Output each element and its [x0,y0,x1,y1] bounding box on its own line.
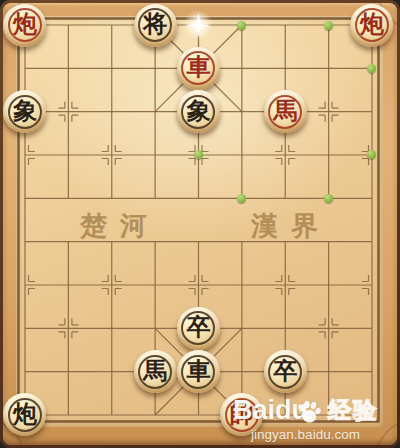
piece-character: 馬 [143,359,167,383]
piece-character: 車 [186,359,210,383]
piece-character: 馬 [273,99,297,123]
piece-character: 卒 [273,359,297,383]
move-hint-dot[interactable] [237,194,246,203]
black-cannon-piece[interactable]: 炮 [3,393,46,436]
piece-character: 卒 [186,315,210,339]
piece-character: 炮 [360,12,384,36]
black-soldier-piece[interactable]: 卒 [177,307,220,350]
piece-layer: 炮将炮車象象馬卒馬車卒炮帥 [3,3,393,436]
piece-character: 将 [143,12,167,36]
red-general-piece[interactable]: 帥 [220,393,263,436]
red-cannon-piece[interactable]: 炮 [350,4,393,47]
piece-character: 炮 [13,402,37,426]
move-hint-dot[interactable] [367,64,376,73]
black-soldier-piece[interactable]: 卒 [264,350,307,393]
black-elephant-piece[interactable]: 象 [177,90,220,133]
piece-character: 象 [186,99,210,123]
piece-character: 炮 [13,12,37,36]
black-chariot-piece[interactable]: 車 [177,350,220,393]
red-horse-piece[interactable]: 馬 [264,90,307,133]
piece-character: 象 [13,99,37,123]
black-general-piece[interactable]: 将 [134,4,177,47]
black-elephant-piece[interactable]: 象 [3,90,46,133]
sparkle-highlight [183,10,213,40]
move-hint-dot[interactable] [324,194,333,203]
move-hint-dot[interactable] [324,21,333,30]
red-chariot-piece[interactable]: 車 [177,47,220,90]
xiangqi-board: 楚河 漢界 炮将炮車象象馬卒馬車卒炮帥 Baidu 经验 jingyan.bai… [0,0,400,448]
red-cannon-piece[interactable]: 炮 [3,4,46,47]
move-hint-dot[interactable] [367,150,376,159]
move-hint-dot[interactable] [237,21,246,30]
piece-character: 車 [186,55,210,79]
black-horse-piece[interactable]: 馬 [134,350,177,393]
move-hint-dot[interactable] [194,150,203,159]
piece-character: 帥 [230,402,254,426]
